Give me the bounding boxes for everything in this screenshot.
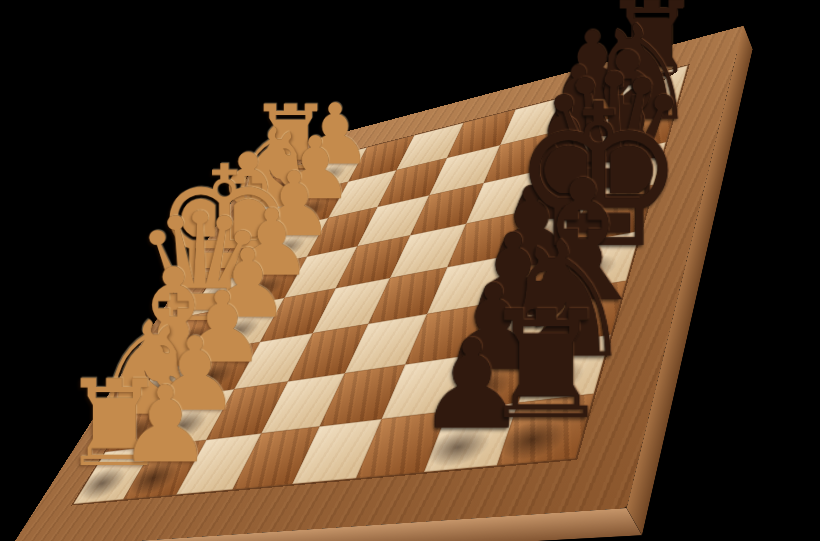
chess-photo-scene: ♜♟♟♜♞♟♟♞♝♟♟♝♚♟♟♛♛♟♟♚♝♟♟♝♞♟♟♞♜♟♟♜ [0,0,820,541]
white-pawn-glyph: ♟ [118,363,213,487]
black-rook-glyph: ♜ [479,279,612,452]
board-frame: ♜♟♟♜♞♟♟♞♝♟♟♝♚♟♟♛♛♟♟♚♝♟♟♝♞♟♟♞♜♟♟♜ [10,26,744,541]
black-rook-h8: ♜ [430,303,661,429]
white-pawn-h2: ♟ [70,380,260,470]
board-edge-near [10,508,642,541]
board-grid: ♜♟♟♜♞♟♟♞♝♟♟♝♚♟♟♛♛♟♟♚♝♟♟♝♞♟♟♞♜♟♟♜ [73,66,687,504]
square-h8: ♜ [497,394,594,466]
